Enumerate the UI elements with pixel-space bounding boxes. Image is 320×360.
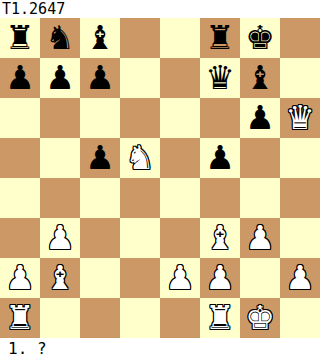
- square-f1[interactable]: ♜: [200, 298, 240, 338]
- square-b2[interactable]: ♝: [40, 258, 80, 298]
- square-e3[interactable]: [160, 218, 200, 258]
- square-f8[interactable]: ♜: [200, 18, 240, 58]
- white-knight: ♞: [120, 138, 160, 178]
- move-prompt-label: 1. ?: [0, 338, 320, 360]
- square-c4[interactable]: [80, 178, 120, 218]
- square-c2[interactable]: [80, 258, 120, 298]
- square-e4[interactable]: [160, 178, 200, 218]
- square-a3[interactable]: [0, 218, 40, 258]
- black-pawn: ♟: [40, 58, 80, 98]
- square-h5[interactable]: [280, 138, 320, 178]
- square-a6[interactable]: [0, 98, 40, 138]
- square-h2[interactable]: ♟: [280, 258, 320, 298]
- black-pawn: ♟: [80, 58, 120, 98]
- square-h8[interactable]: [280, 18, 320, 58]
- white-pawn: ♟: [0, 258, 40, 298]
- square-g8[interactable]: ♚: [240, 18, 280, 58]
- square-b3[interactable]: ♟: [40, 218, 80, 258]
- square-h4[interactable]: [280, 178, 320, 218]
- square-e6[interactable]: [160, 98, 200, 138]
- square-h1[interactable]: [280, 298, 320, 338]
- square-f2[interactable]: ♟: [200, 258, 240, 298]
- white-pawn: ♟: [280, 258, 320, 298]
- square-e8[interactable]: [160, 18, 200, 58]
- square-d3[interactable]: [120, 218, 160, 258]
- square-g1[interactable]: ♚: [240, 298, 280, 338]
- square-f7[interactable]: ♛: [200, 58, 240, 98]
- square-e5[interactable]: [160, 138, 200, 178]
- square-b6[interactable]: [40, 98, 80, 138]
- square-d6[interactable]: [120, 98, 160, 138]
- square-a2[interactable]: ♟: [0, 258, 40, 298]
- black-rook: ♜: [0, 18, 40, 58]
- square-d5[interactable]: ♞: [120, 138, 160, 178]
- white-queen: ♛: [280, 98, 320, 138]
- square-a8[interactable]: ♜: [0, 18, 40, 58]
- square-d7[interactable]: [120, 58, 160, 98]
- black-pawn: ♟: [80, 138, 120, 178]
- white-pawn: ♟: [200, 258, 240, 298]
- white-rook: ♜: [200, 298, 240, 338]
- white-rook: ♜: [0, 298, 40, 338]
- square-e2[interactable]: ♟: [160, 258, 200, 298]
- square-g5[interactable]: [240, 138, 280, 178]
- square-c7[interactable]: ♟: [80, 58, 120, 98]
- black-rook: ♜: [200, 18, 240, 58]
- square-b5[interactable]: [40, 138, 80, 178]
- square-c6[interactable]: [80, 98, 120, 138]
- square-f5[interactable]: ♟: [200, 138, 240, 178]
- square-b8[interactable]: ♞: [40, 18, 80, 58]
- white-king: ♚: [240, 298, 280, 338]
- square-h3[interactable]: [280, 218, 320, 258]
- square-e1[interactable]: [160, 298, 200, 338]
- square-f6[interactable]: [200, 98, 240, 138]
- white-pawn: ♟: [40, 218, 80, 258]
- black-pawn: ♟: [0, 58, 40, 98]
- black-pawn: ♟: [200, 138, 240, 178]
- square-g6[interactable]: ♟: [240, 98, 280, 138]
- square-a5[interactable]: [0, 138, 40, 178]
- square-b7[interactable]: ♟: [40, 58, 80, 98]
- square-c8[interactable]: ♝: [80, 18, 120, 58]
- square-g2[interactable]: [240, 258, 280, 298]
- square-d8[interactable]: [120, 18, 160, 58]
- square-g3[interactable]: ♟: [240, 218, 280, 258]
- chess-app-window: T1.2647 ♜♞♝♜♚♟♟♟♛♝♟♛♟♞♟♟♝♟♟♝♟♟♟♜♜♚ 1. ?: [0, 0, 320, 360]
- black-pawn: ♟: [240, 98, 280, 138]
- black-bishop: ♝: [80, 18, 120, 58]
- white-pawn: ♟: [160, 258, 200, 298]
- black-queen: ♛: [200, 58, 240, 98]
- square-c1[interactable]: [80, 298, 120, 338]
- black-king: ♚: [240, 18, 280, 58]
- square-c5[interactable]: ♟: [80, 138, 120, 178]
- square-e7[interactable]: [160, 58, 200, 98]
- square-g4[interactable]: [240, 178, 280, 218]
- white-bishop: ♝: [40, 258, 80, 298]
- black-knight: ♞: [40, 18, 80, 58]
- chess-board: ♜♞♝♜♚♟♟♟♛♝♟♛♟♞♟♟♝♟♟♝♟♟♟♜♜♚: [0, 18, 320, 338]
- black-bishop: ♝: [240, 58, 280, 98]
- square-a4[interactable]: [0, 178, 40, 218]
- square-a7[interactable]: ♟: [0, 58, 40, 98]
- square-f3[interactable]: ♝: [200, 218, 240, 258]
- square-d2[interactable]: [120, 258, 160, 298]
- square-b4[interactable]: [40, 178, 80, 218]
- square-h7[interactable]: [280, 58, 320, 98]
- puzzle-id-label: T1.2647: [0, 0, 320, 18]
- square-d4[interactable]: [120, 178, 160, 218]
- white-pawn: ♟: [240, 218, 280, 258]
- square-c3[interactable]: [80, 218, 120, 258]
- white-bishop: ♝: [200, 218, 240, 258]
- square-b1[interactable]: [40, 298, 80, 338]
- square-a1[interactable]: ♜: [0, 298, 40, 338]
- square-f4[interactable]: [200, 178, 240, 218]
- square-h6[interactable]: ♛: [280, 98, 320, 138]
- square-g7[interactable]: ♝: [240, 58, 280, 98]
- square-d1[interactable]: [120, 298, 160, 338]
